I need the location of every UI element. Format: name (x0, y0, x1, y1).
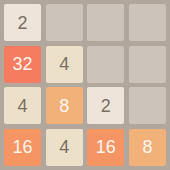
tile-4-r3c1: 4 (4, 87, 41, 124)
tile-4-r2c2: 4 (46, 46, 83, 83)
tile-16-r4c1: 16 (4, 129, 41, 166)
empty-cell-r1c4 (129, 4, 166, 41)
empty-cell-r1c2 (46, 4, 83, 41)
tile-8-r4c4: 8 (129, 129, 166, 166)
empty-cell-r2c4 (129, 46, 166, 83)
tile-32-r2c1: 32 (4, 46, 41, 83)
empty-cell-r2c3 (87, 46, 124, 83)
empty-cell-r3c4 (129, 87, 166, 124)
tile-2-r3c3: 2 (87, 87, 124, 124)
empty-cell-r1c3 (87, 4, 124, 41)
game-board-2048[interactable]: 2324482164168 (0, 0, 170, 170)
tile-16-r4c3: 16 (87, 129, 124, 166)
tile-2-r1c1: 2 (4, 4, 41, 41)
tile-8-r3c2: 8 (46, 87, 83, 124)
tile-4-r4c2: 4 (46, 129, 83, 166)
